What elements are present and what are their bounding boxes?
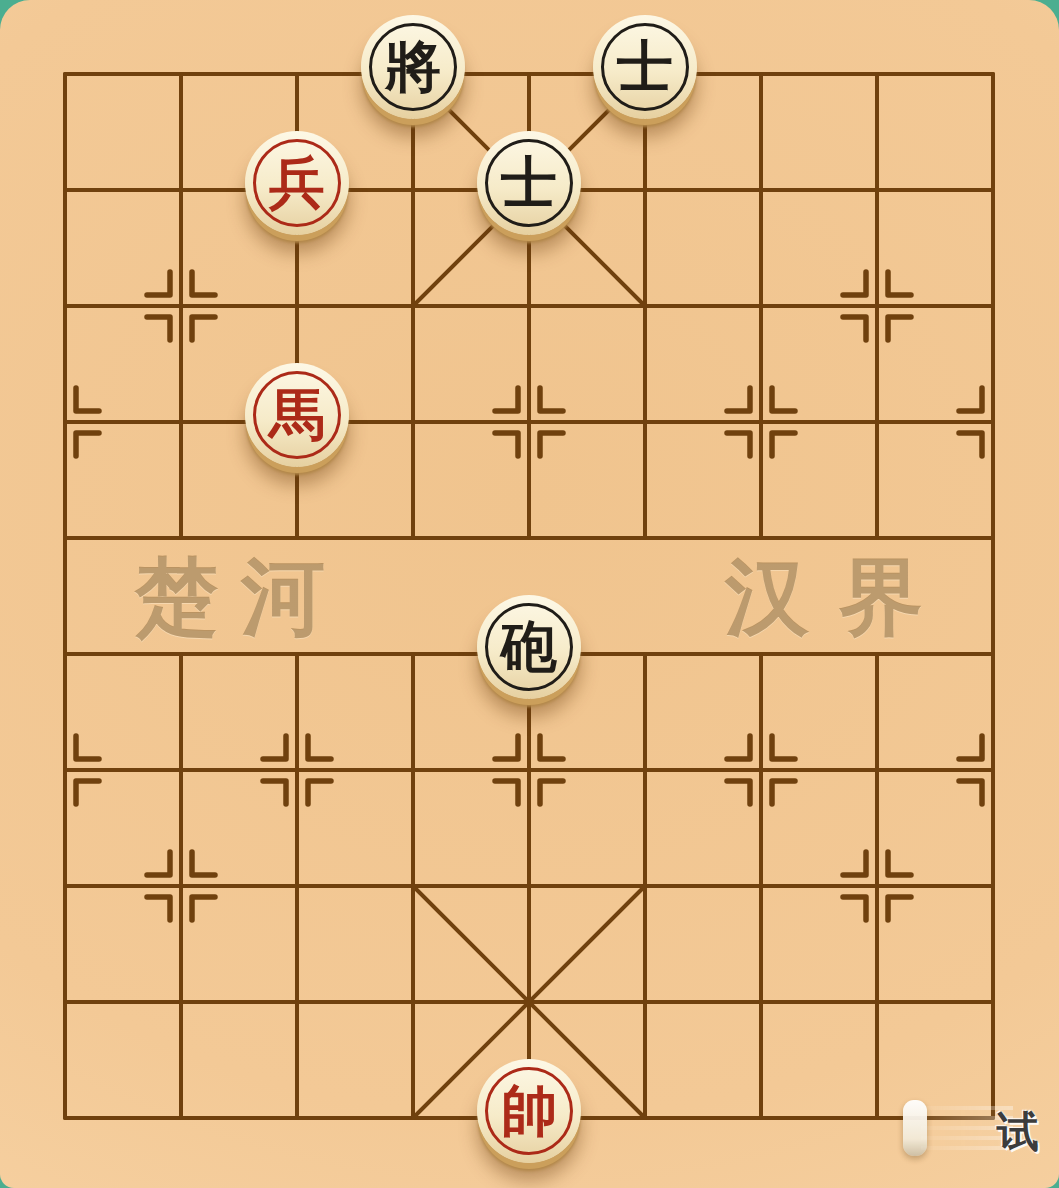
piece-char: 馬 xyxy=(269,386,325,442)
piece-ring: 兵 xyxy=(253,139,341,227)
piece-black-cannon[interactable]: 砲 xyxy=(477,595,581,699)
piece-ring: 帥 xyxy=(485,1067,573,1155)
piece-ring: 砲 xyxy=(485,603,573,691)
piece-ring: 士 xyxy=(601,23,689,111)
piece-red-general[interactable]: 帥 xyxy=(477,1059,581,1163)
piece-ring: 馬 xyxy=(253,371,341,459)
piece-black-general[interactable]: 將 xyxy=(361,15,465,119)
app-background: 楚河 汉界 將士兵士馬砲帥 试 xyxy=(0,0,1059,1188)
xiangqi-board[interactable]: 楚河 汉界 將士兵士馬砲帥 试 xyxy=(0,0,1059,1188)
piece-red-soldier[interactable]: 兵 xyxy=(245,131,349,235)
piece-char: 兵 xyxy=(269,154,325,210)
piece-char: 砲 xyxy=(501,618,557,674)
piece-ring: 將 xyxy=(369,23,457,111)
pieces-grid: 將士兵士馬砲帥 xyxy=(7,16,1051,1176)
piece-char: 將 xyxy=(385,38,441,94)
piece-red-horse[interactable]: 馬 xyxy=(245,363,349,467)
piece-char: 帥 xyxy=(501,1082,557,1138)
piece-black-advisor-2[interactable]: 士 xyxy=(477,131,581,235)
piece-black-advisor-1[interactable]: 士 xyxy=(593,15,697,119)
piece-char: 士 xyxy=(501,154,557,210)
piece-char: 士 xyxy=(617,38,673,94)
piece-ring: 士 xyxy=(485,139,573,227)
